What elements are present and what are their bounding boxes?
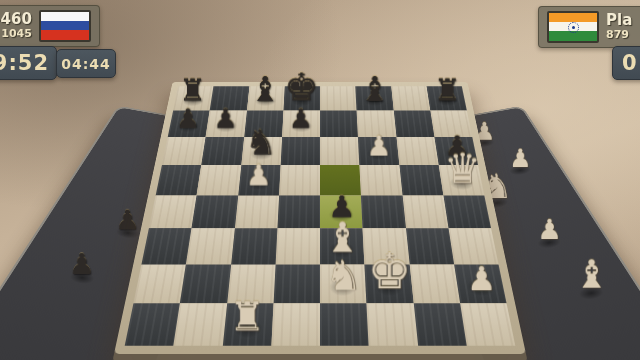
square-e8[interactable]	[320, 86, 357, 110]
white-player-rating: 879	[606, 28, 629, 41]
square-f2[interactable]: ♚	[365, 264, 414, 303]
square-c3[interactable]	[231, 228, 277, 264]
square-a5[interactable]	[156, 165, 202, 195]
black-king-d8[interactable]: ♚	[284, 68, 319, 107]
square-h4[interactable]	[443, 195, 491, 228]
square-e7[interactable]	[320, 111, 358, 137]
black-rook-h8[interactable]: ♜	[434, 76, 461, 106]
white-queen-h5[interactable]: ♛	[444, 148, 481, 189]
square-a1[interactable]	[125, 303, 180, 346]
square-d5[interactable]	[279, 165, 320, 195]
captured-white-pawn: ♟	[509, 146, 532, 171]
black-player-name: yer-460	[0, 12, 32, 28]
square-b5[interactable]	[197, 165, 241, 195]
square-c5[interactable]: ♟	[238, 165, 281, 195]
black-knight-c6[interactable]: ♞	[245, 125, 276, 160]
square-g1[interactable]	[413, 303, 466, 346]
square-c8[interactable]: ♝	[247, 86, 285, 110]
ashoka-chakra-icon	[568, 22, 579, 33]
square-b3[interactable]	[186, 228, 234, 264]
square-d2[interactable]	[273, 264, 320, 303]
square-d1[interactable]	[271, 303, 320, 346]
square-b7[interactable]: ♟	[206, 111, 247, 137]
left-main-clock: 9:52	[0, 46, 57, 80]
square-g2[interactable]	[409, 264, 460, 303]
black-bishop-f8[interactable]: ♝	[359, 72, 390, 106]
captured-white-bishop: ♝	[574, 255, 609, 294]
player-plate-white: Pla 879	[538, 6, 640, 48]
square-b6[interactable]	[201, 137, 243, 165]
square-e6[interactable]	[320, 137, 360, 165]
square-h8[interactable]: ♜	[426, 86, 466, 110]
square-f1[interactable]	[367, 303, 418, 346]
square-f5[interactable]	[360, 165, 403, 195]
square-h1[interactable]	[460, 303, 515, 346]
square-c1[interactable]: ♜	[222, 303, 273, 346]
square-a7[interactable]: ♟	[168, 111, 210, 137]
white-pawn-f6[interactable]: ♟	[366, 132, 391, 160]
square-g7[interactable]	[393, 111, 434, 137]
square-g5[interactable]	[399, 165, 443, 195]
white-pawn-h2[interactable]: ♟	[467, 263, 496, 296]
square-f6[interactable]: ♟	[358, 137, 399, 165]
square-h3[interactable]	[448, 228, 498, 264]
square-e2[interactable]: ♞	[320, 264, 367, 303]
square-h2[interactable]: ♟	[454, 264, 507, 303]
chess-app: ♞♟♟♟♛ ♜♟♟♟♟♞♟♝ ♜♝♚♝♜♟♟♟♞♟♟♟♛♟♝♞♚♟♜ yer-4…	[0, 0, 640, 360]
russia-flag-icon	[39, 10, 91, 42]
square-g8[interactable]	[391, 86, 430, 110]
player-plate-black: yer-460 1045	[0, 5, 100, 47]
square-d7[interactable]: ♟	[282, 111, 320, 137]
square-c4[interactable]	[234, 195, 278, 228]
square-a6[interactable]	[162, 137, 206, 165]
square-a3[interactable]	[142, 228, 192, 264]
white-player-name: Pla	[606, 13, 632, 29]
black-bishop-c8[interactable]: ♝	[250, 72, 281, 106]
white-knight-e2[interactable]: ♞	[325, 254, 362, 295]
white-king-f2[interactable]: ♚	[367, 247, 411, 296]
captured-white-pawn: ♟	[537, 216, 562, 244]
black-rook-a8[interactable]: ♜	[179, 76, 206, 106]
black-pawn-d7[interactable]: ♟	[289, 105, 313, 132]
square-g3[interactable]	[406, 228, 454, 264]
square-a4[interactable]	[149, 195, 197, 228]
left-secondary-clock: 04:44	[56, 49, 116, 78]
white-pawn-c5[interactable]: ♟	[246, 161, 272, 190]
square-e1[interactable]	[320, 303, 369, 346]
india-flag-icon	[547, 11, 599, 43]
black-pawn-a7[interactable]: ♟	[176, 105, 200, 132]
square-b2[interactable]	[180, 264, 231, 303]
square-d3[interactable]	[275, 228, 320, 264]
square-g6[interactable]	[396, 137, 438, 165]
square-f8[interactable]: ♝	[355, 86, 393, 110]
chess-board[interactable]: ♜♝♚♝♜♟♟♟♞♟♟♟♛♟♝♞♚♟♜	[114, 82, 526, 354]
square-b1[interactable]	[174, 303, 227, 346]
black-pawn-b7[interactable]: ♟	[213, 105, 237, 132]
square-a2[interactable]	[133, 264, 186, 303]
square-d4[interactable]	[277, 195, 320, 228]
black-player-rating: 1045	[1, 27, 32, 40]
square-h5[interactable]: ♛	[439, 165, 485, 195]
square-g4[interactable]	[402, 195, 448, 228]
square-b4[interactable]	[192, 195, 238, 228]
captured-black-pawn: ♟	[115, 206, 139, 233]
square-d6[interactable]	[280, 137, 320, 165]
captured-black-pawn: ♟	[69, 250, 95, 279]
right-clock-clipped: 0	[612, 46, 640, 80]
white-rook-c1[interactable]: ♜	[229, 297, 265, 337]
square-f4[interactable]	[361, 195, 405, 228]
